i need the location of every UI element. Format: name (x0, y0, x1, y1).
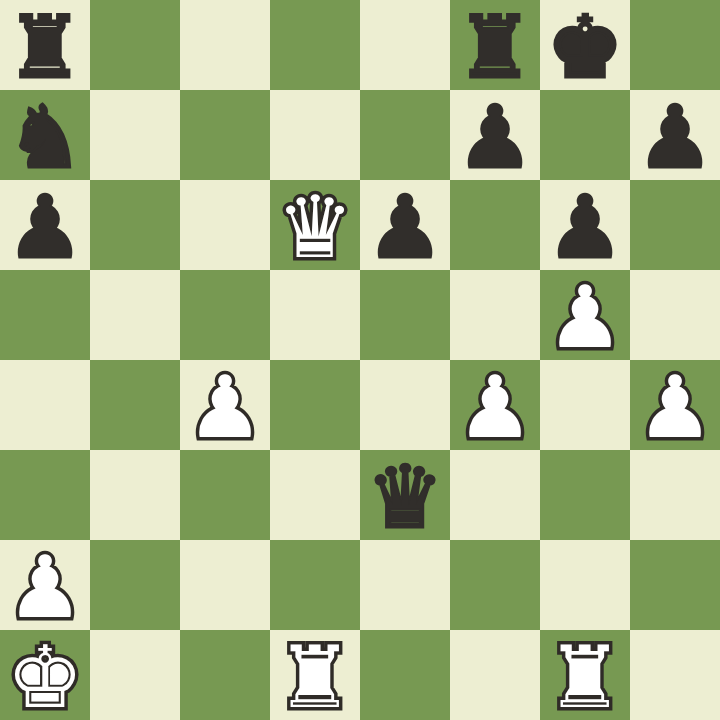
square-f1[interactable] (450, 630, 540, 720)
square-h4[interactable]: ♟ (630, 360, 720, 450)
square-a7[interactable]: ♞ (0, 90, 90, 180)
white-pawn[interactable]: ♟ (0, 542, 90, 632)
square-d1[interactable]: ♜ (270, 630, 360, 720)
square-c2[interactable] (180, 540, 270, 630)
white-king[interactable]: ♚ (0, 632, 90, 720)
square-f5[interactable] (450, 270, 540, 360)
square-c4[interactable]: ♟ (180, 360, 270, 450)
square-d2[interactable] (270, 540, 360, 630)
square-c7[interactable] (180, 90, 270, 180)
square-b2[interactable] (90, 540, 180, 630)
square-f3[interactable] (450, 450, 540, 540)
square-g5[interactable]: ♟ (540, 270, 630, 360)
square-h5[interactable] (630, 270, 720, 360)
square-h7[interactable]: ♟ (630, 90, 720, 180)
square-a6[interactable]: ♟ (0, 180, 90, 270)
square-d8[interactable] (270, 0, 360, 90)
black-pawn[interactable]: ♟ (540, 182, 630, 272)
square-g7[interactable] (540, 90, 630, 180)
square-f8[interactable]: ♜ (450, 0, 540, 90)
square-d7[interactable] (270, 90, 360, 180)
white-rook[interactable]: ♜ (540, 632, 630, 720)
square-c1[interactable] (180, 630, 270, 720)
black-king[interactable]: ♚ (540, 2, 630, 92)
square-e3[interactable]: ♛ (360, 450, 450, 540)
square-b1[interactable] (90, 630, 180, 720)
black-knight[interactable]: ♞ (0, 92, 90, 182)
square-g6[interactable]: ♟ (540, 180, 630, 270)
square-d5[interactable] (270, 270, 360, 360)
square-d6[interactable]: ♛ (270, 180, 360, 270)
square-c5[interactable] (180, 270, 270, 360)
square-b3[interactable] (90, 450, 180, 540)
chess-board: ♜♜♚♞♟♟♟♛♟♟♟♟♟♟♛♟♚♜♜ (0, 0, 720, 720)
white-pawn[interactable]: ♟ (630, 362, 720, 452)
square-g3[interactable] (540, 450, 630, 540)
square-e8[interactable] (360, 0, 450, 90)
square-e4[interactable] (360, 360, 450, 450)
square-f7[interactable]: ♟ (450, 90, 540, 180)
black-rook[interactable]: ♜ (450, 2, 540, 92)
black-rook[interactable]: ♜ (0, 2, 90, 92)
square-f6[interactable] (450, 180, 540, 270)
white-pawn[interactable]: ♟ (540, 272, 630, 362)
square-h2[interactable] (630, 540, 720, 630)
square-c3[interactable] (180, 450, 270, 540)
square-d3[interactable] (270, 450, 360, 540)
square-f2[interactable] (450, 540, 540, 630)
square-h3[interactable] (630, 450, 720, 540)
white-queen[interactable]: ♛ (270, 182, 360, 272)
square-g1[interactable]: ♜ (540, 630, 630, 720)
square-a3[interactable] (0, 450, 90, 540)
square-h1[interactable] (630, 630, 720, 720)
square-e2[interactable] (360, 540, 450, 630)
white-rook[interactable]: ♜ (270, 632, 360, 720)
square-b8[interactable] (90, 0, 180, 90)
square-e7[interactable] (360, 90, 450, 180)
square-g2[interactable] (540, 540, 630, 630)
square-b4[interactable] (90, 360, 180, 450)
white-pawn[interactable]: ♟ (450, 362, 540, 452)
square-e6[interactable]: ♟ (360, 180, 450, 270)
square-h6[interactable] (630, 180, 720, 270)
square-a1[interactable]: ♚ (0, 630, 90, 720)
square-d4[interactable] (270, 360, 360, 450)
square-e1[interactable] (360, 630, 450, 720)
black-pawn[interactable]: ♟ (450, 92, 540, 182)
square-a8[interactable]: ♜ (0, 0, 90, 90)
black-pawn[interactable]: ♟ (360, 182, 450, 272)
square-e5[interactable] (360, 270, 450, 360)
square-b6[interactable] (90, 180, 180, 270)
square-b7[interactable] (90, 90, 180, 180)
square-g4[interactable] (540, 360, 630, 450)
square-a2[interactable]: ♟ (0, 540, 90, 630)
square-a5[interactable] (0, 270, 90, 360)
black-queen[interactable]: ♛ (360, 452, 450, 542)
white-pawn[interactable]: ♟ (180, 362, 270, 452)
square-g8[interactable]: ♚ (540, 0, 630, 90)
square-b5[interactable] (90, 270, 180, 360)
square-f4[interactable]: ♟ (450, 360, 540, 450)
square-c6[interactable] (180, 180, 270, 270)
square-h8[interactable] (630, 0, 720, 90)
square-c8[interactable] (180, 0, 270, 90)
black-pawn[interactable]: ♟ (630, 92, 720, 182)
square-a4[interactable] (0, 360, 90, 450)
black-pawn[interactable]: ♟ (0, 182, 90, 272)
